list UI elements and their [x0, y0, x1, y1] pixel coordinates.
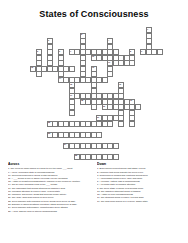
clue-number: 22 — [48, 121, 50, 123]
clue-number: 6 — [59, 50, 60, 52]
clue-number: 18 — [81, 99, 83, 101]
grid-cell[interactable] — [91, 104, 97, 110]
clue-number: 1 — [147, 28, 148, 30]
grid-cell[interactable] — [69, 110, 75, 116]
crossword-grid: 1234567891011121314151617181920212223242… — [30, 27, 164, 161]
across-heading: Across — [8, 162, 95, 166]
grid-cell[interactable] — [102, 77, 108, 83]
grid-cell[interactable] — [129, 121, 135, 127]
down-clues-list: 1. Brain waves present during light Stag… — [97, 167, 185, 203]
clue-number: 13 — [92, 66, 94, 68]
clue-number: 17 — [70, 94, 72, 96]
down-heading: Down — [97, 162, 185, 166]
grid-cell[interactable] — [113, 154, 119, 160]
grid-cell[interactable] — [118, 121, 124, 127]
page-title: States of Consciousness — [0, 9, 188, 19]
clue-number: 25 — [75, 154, 77, 156]
clue-number: 2 — [81, 33, 82, 35]
clue-item: 19. The slow brain waves of a relaxed, a… — [97, 200, 185, 203]
grid-cell[interactable] — [107, 121, 113, 127]
grid-cell[interactable] — [157, 49, 163, 55]
clue-number: 20 — [103, 105, 105, 107]
grid-cell[interactable] — [135, 104, 141, 110]
down-clues-column: Down 1. Brain waves present during light… — [97, 162, 185, 238]
clue-number: 14 — [59, 77, 61, 79]
clue-number: 10 — [92, 55, 94, 57]
grid-cell[interactable] — [69, 66, 75, 72]
clue-number: 24 — [64, 143, 66, 145]
clue-number: 19 — [130, 99, 132, 101]
clue-number: 11 — [108, 61, 110, 63]
grid-cell[interactable] — [107, 71, 113, 77]
clue-number: 3 — [48, 39, 49, 41]
clue-number: 9 — [141, 50, 142, 52]
across-clues-column: Across 7. The need for larger doses of a… — [8, 162, 95, 238]
clue-item: 25. A mild, wakeful form of altered cons… — [8, 209, 95, 212]
across-clues-list: 7. The need for larger doses of a drug t… — [8, 167, 95, 212]
clue-number: 15 — [70, 83, 72, 85]
clue-number: 7 — [70, 50, 71, 52]
clue-number: 4 — [108, 39, 109, 41]
clue-number: 8 — [130, 50, 131, 52]
grid-cell[interactable] — [96, 132, 102, 138]
grid-cell[interactable] — [36, 71, 42, 77]
clue-number: 16 — [119, 83, 121, 85]
clue-number: 23 — [48, 132, 50, 134]
grid-cell[interactable] — [113, 143, 119, 149]
grid-cell[interactable] — [129, 60, 135, 66]
clue-number: 12 — [31, 66, 33, 68]
clue-number: 21 — [97, 116, 99, 118]
clue-number: 5 — [37, 50, 38, 52]
